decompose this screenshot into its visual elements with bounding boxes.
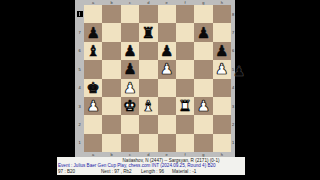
stat-move-eco: 97 : B20 (57, 169, 101, 175)
coordinate-label: 3 (231, 97, 235, 115)
black-pawn-icon: ♟ (158, 42, 176, 60)
coordinate-label: 1 (231, 134, 235, 152)
coordinate-label: 4 (231, 79, 235, 97)
coordinate-label: 7 (231, 23, 235, 41)
square-b5[interactable] (102, 60, 120, 78)
square-f6[interactable] (176, 42, 194, 60)
square-d4[interactable] (139, 79, 157, 97)
coordinate-label: 2 (75, 115, 84, 133)
square-f5[interactable] (176, 60, 194, 78)
black-king-icon: ♚ (84, 79, 102, 97)
coordinate-label: 3 (75, 97, 84, 115)
square-h4[interactable] (213, 79, 231, 97)
white-pawn-icon: ♟ (158, 60, 176, 78)
square-f7[interactable] (176, 23, 194, 41)
square-e1[interactable] (158, 134, 176, 152)
square-h8[interactable] (213, 5, 231, 23)
square-a2[interactable] (84, 115, 102, 133)
square-d5[interactable] (139, 60, 157, 78)
square-b8[interactable] (102, 5, 120, 23)
square-g8[interactable] (194, 5, 212, 23)
white-bishop-icon: ♝ (139, 97, 157, 115)
square-f2[interactable] (176, 115, 194, 133)
stat-length: Length : 96 (141, 169, 172, 175)
square-e5[interactable]: ♟ (158, 60, 176, 78)
square-a6[interactable]: ♝ (84, 42, 102, 60)
black-pawn-icon: ♟ (121, 42, 139, 60)
square-g2[interactable] (194, 115, 212, 133)
board-panel: abcdefgh abcdefgh 87654321 87654321 ♟♜♟♝… (75, 0, 235, 157)
square-h7[interactable] (213, 23, 231, 41)
square-f4[interactable] (176, 79, 194, 97)
white-pawn-icon: ♟ (84, 97, 102, 115)
square-g4[interactable] (194, 79, 212, 97)
square-h5[interactable]: ♟ (213, 60, 231, 78)
square-c1[interactable] (121, 134, 139, 152)
square-d6[interactable] (139, 42, 157, 60)
square-g3[interactable]: ♟ (194, 97, 212, 115)
white-pawn-icon: ♟ (213, 60, 231, 78)
rank-labels-left: 87654321 (75, 5, 84, 152)
square-d1[interactable] (139, 134, 157, 152)
black-bishop-icon: ♝ (84, 42, 102, 60)
black-pawn-icon: ♟ (121, 60, 139, 78)
right-letterbox-bar (235, 0, 320, 180)
white-rook-icon: ♜ (176, 97, 194, 115)
stat-material: Material : -1 (172, 169, 245, 175)
chess-board: ♟♜♟♝♟♟♟♟♟♟♚♟♟♚♝♜♟ (84, 5, 231, 152)
white-pawn-icon: ♟ (194, 97, 212, 115)
coordinate-label: 2 (231, 115, 235, 133)
square-a4[interactable]: ♚ (84, 79, 102, 97)
square-d8[interactable] (139, 5, 157, 23)
square-e2[interactable] (158, 115, 176, 133)
white-king-icon: ♚ (121, 97, 139, 115)
coordinate-label: 6 (75, 42, 84, 60)
game-caption: Natiashov, N (2447) -- Sargsyan, R (2171… (57, 157, 245, 175)
square-g1[interactable] (194, 134, 212, 152)
square-b4[interactable] (102, 79, 120, 97)
square-c2[interactable] (121, 115, 139, 133)
square-c8[interactable] (121, 5, 139, 23)
square-h2[interactable] (213, 115, 231, 133)
square-e3[interactable] (158, 97, 176, 115)
square-g5[interactable] (194, 60, 212, 78)
left-letterbox-bar (0, 0, 75, 180)
stats-line: 97 : B20 Next : 97 , Rb2 Length : 96 Mat… (57, 169, 245, 175)
square-b6[interactable] (102, 42, 120, 60)
square-b2[interactable] (102, 115, 120, 133)
coordinate-label: 6 (231, 42, 235, 60)
stat-next-move: Next : 97 , Rb2 (101, 169, 141, 175)
square-b1[interactable] (102, 134, 120, 152)
square-c3[interactable]: ♚ (121, 97, 139, 115)
square-d7[interactable]: ♜ (139, 23, 157, 41)
square-e7[interactable] (158, 23, 176, 41)
square-f1[interactable] (176, 134, 194, 152)
square-g7[interactable]: ♟ (194, 23, 212, 41)
square-a3[interactable]: ♟ (84, 97, 102, 115)
square-b3[interactable] (102, 97, 120, 115)
coordinate-label: 4 (75, 79, 84, 97)
square-c7[interactable] (121, 23, 139, 41)
coordinate-label: 1 (75, 134, 84, 152)
square-e6[interactable]: ♟ (158, 42, 176, 60)
square-b7[interactable] (102, 23, 120, 41)
square-a1[interactable] (84, 134, 102, 152)
white-pawn-icon: ♟ (121, 79, 139, 97)
square-d3[interactable]: ♝ (139, 97, 157, 115)
coordinate-label: 7 (75, 23, 84, 41)
square-a5[interactable] (84, 60, 102, 78)
square-a7[interactable]: ♟ (84, 23, 102, 41)
black-rook-icon: ♜ (139, 23, 157, 41)
square-e4[interactable] (158, 79, 176, 97)
material-advantage-pawn-icon: ♟ (232, 63, 246, 79)
square-g6[interactable] (194, 42, 212, 60)
square-f8[interactable] (176, 5, 194, 23)
square-h3[interactable] (213, 97, 231, 115)
square-e8[interactable] (158, 5, 176, 23)
coordinate-label: 5 (75, 60, 84, 78)
square-d2[interactable] (139, 115, 157, 133)
square-c6[interactable]: ♟ (121, 42, 139, 60)
black-to-move-indicator (77, 11, 83, 17)
square-a8[interactable] (84, 5, 102, 23)
black-pawn-icon: ♟ (194, 23, 212, 41)
square-h6[interactable]: ♟ (213, 42, 231, 60)
square-f3[interactable]: ♜ (176, 97, 194, 115)
square-h1[interactable] (213, 134, 231, 152)
coordinate-label: 8 (231, 5, 235, 23)
black-pawn-icon: ♟ (213, 42, 231, 60)
black-pawn-icon: ♟ (84, 23, 102, 41)
square-c4[interactable]: ♟ (121, 79, 139, 97)
square-c5[interactable]: ♟ (121, 60, 139, 78)
